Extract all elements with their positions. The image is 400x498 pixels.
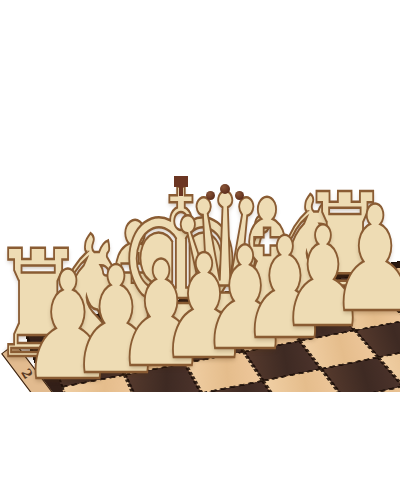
king-cross-accent [174,176,188,196]
chess-set-photo: 2 ♜♞♝♚♛♝♞♜♟♟♟♟♟♟♟♟ [0,0,400,498]
queen-crown-ball-icon [206,191,215,200]
queen-crown-ball-icon [235,191,244,200]
photo-crop-mask [0,392,400,498]
queen-crown-ball-icon [220,184,230,194]
piece-white-pawn: ♟ [328,186,400,332]
